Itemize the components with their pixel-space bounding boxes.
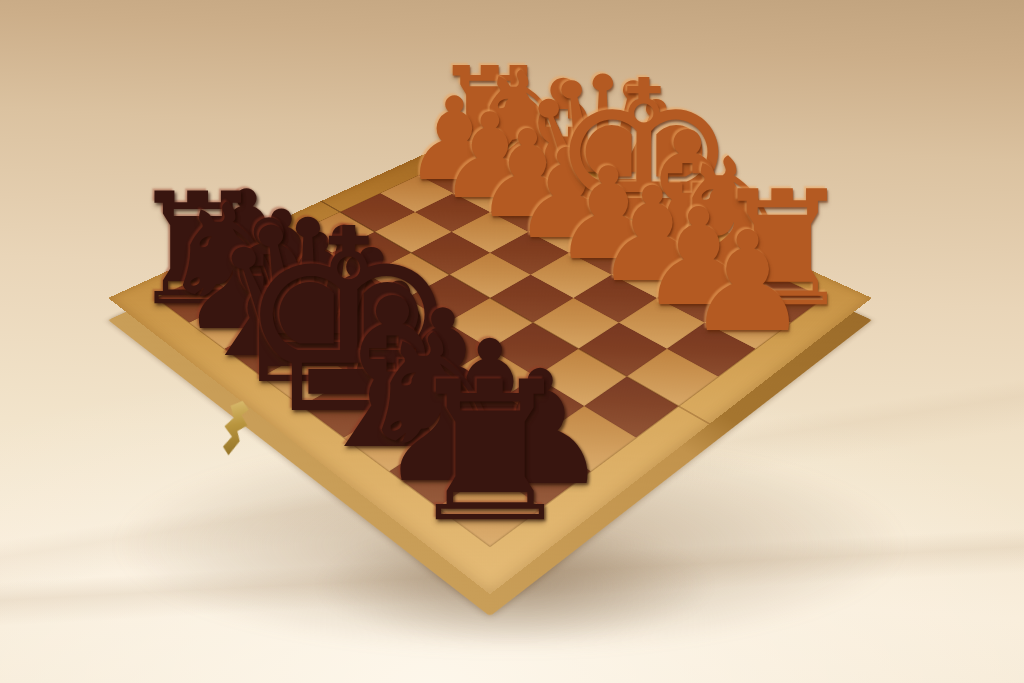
photo-canvas: ♜♟♟♜♞♟♟♞♝♟♟♝♛♟♟♛♚♟♟♚♝♟♟♝♞♟♟♞♜♟♟♜	[0, 0, 1024, 683]
board-frame	[108, 124, 872, 594]
chessboard	[220, 28, 760, 568]
board-field	[156, 142, 824, 546]
